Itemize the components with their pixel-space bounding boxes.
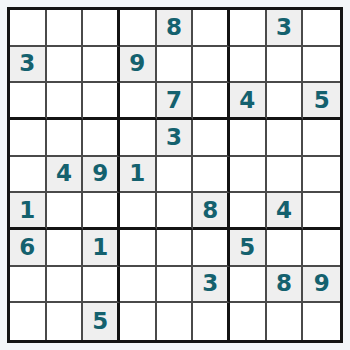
- cell-r8c6[interactable]: 3: [193, 267, 230, 304]
- cell-r1c1[interactable]: [10, 10, 47, 47]
- cell-r6c8[interactable]: 4: [267, 193, 304, 230]
- cell-r9c7[interactable]: [230, 303, 267, 340]
- cell-r5c7[interactable]: [230, 157, 267, 194]
- cell-r6c6[interactable]: 8: [193, 193, 230, 230]
- cell-r4c4[interactable]: [120, 120, 157, 157]
- cell-r5c4[interactable]: 1: [120, 157, 157, 194]
- sudoku-board: 833974534911846153895: [7, 7, 343, 343]
- cell-r7c9[interactable]: [303, 230, 340, 267]
- cell-r6c5[interactable]: [157, 193, 194, 230]
- cell-r4c3[interactable]: [83, 120, 120, 157]
- cell-r1c9[interactable]: [303, 10, 340, 47]
- cell-r7c5[interactable]: [157, 230, 194, 267]
- cell-r2c9[interactable]: [303, 47, 340, 84]
- cell-r2c2[interactable]: [47, 47, 84, 84]
- cell-r6c3[interactable]: [83, 193, 120, 230]
- cell-r8c2[interactable]: [47, 267, 84, 304]
- cell-r5c1[interactable]: [10, 157, 47, 194]
- page: 833974534911846153895: [0, 0, 350, 350]
- cell-r9c2[interactable]: [47, 303, 84, 340]
- cell-r7c8[interactable]: [267, 230, 304, 267]
- cell-r7c1[interactable]: 6: [10, 230, 47, 267]
- cell-r7c3[interactable]: 1: [83, 230, 120, 267]
- cell-r8c8[interactable]: 8: [267, 267, 304, 304]
- cell-r4c6[interactable]: [193, 120, 230, 157]
- cell-r3c7[interactable]: 4: [230, 83, 267, 120]
- cell-r8c5[interactable]: [157, 267, 194, 304]
- cell-r1c5[interactable]: 8: [157, 10, 194, 47]
- cell-r5c2[interactable]: 4: [47, 157, 84, 194]
- cell-r1c6[interactable]: [193, 10, 230, 47]
- cell-r8c4[interactable]: [120, 267, 157, 304]
- cell-r3c4[interactable]: [120, 83, 157, 120]
- cell-r8c1[interactable]: [10, 267, 47, 304]
- cell-r5c5[interactable]: [157, 157, 194, 194]
- cell-r6c4[interactable]: [120, 193, 157, 230]
- cell-r8c9[interactable]: 9: [303, 267, 340, 304]
- cell-r6c2[interactable]: [47, 193, 84, 230]
- cell-r1c7[interactable]: [230, 10, 267, 47]
- cell-r6c7[interactable]: [230, 193, 267, 230]
- cell-r9c3[interactable]: 5: [83, 303, 120, 340]
- cell-r1c8[interactable]: 3: [267, 10, 304, 47]
- cell-r2c6[interactable]: [193, 47, 230, 84]
- cell-r5c6[interactable]: [193, 157, 230, 194]
- cell-r2c3[interactable]: [83, 47, 120, 84]
- cell-r4c1[interactable]: [10, 120, 47, 157]
- cell-r4c8[interactable]: [267, 120, 304, 157]
- cell-r5c3[interactable]: 9: [83, 157, 120, 194]
- cell-r2c8[interactable]: [267, 47, 304, 84]
- cell-r8c3[interactable]: [83, 267, 120, 304]
- cell-r6c9[interactable]: [303, 193, 340, 230]
- cell-r3c5[interactable]: 7: [157, 83, 194, 120]
- cell-r3c8[interactable]: [267, 83, 304, 120]
- cell-r3c3[interactable]: [83, 83, 120, 120]
- cell-r5c9[interactable]: [303, 157, 340, 194]
- cell-r2c7[interactable]: [230, 47, 267, 84]
- cell-r9c9[interactable]: [303, 303, 340, 340]
- cell-r4c9[interactable]: [303, 120, 340, 157]
- cell-r9c4[interactable]: [120, 303, 157, 340]
- cell-r5c8[interactable]: [267, 157, 304, 194]
- cell-r7c6[interactable]: [193, 230, 230, 267]
- cell-r2c5[interactable]: [157, 47, 194, 84]
- cell-r3c1[interactable]: [10, 83, 47, 120]
- cell-r7c2[interactable]: [47, 230, 84, 267]
- cell-r9c5[interactable]: [157, 303, 194, 340]
- cell-r6c1[interactable]: 1: [10, 193, 47, 230]
- cell-r3c6[interactable]: [193, 83, 230, 120]
- cell-r8c7[interactable]: [230, 267, 267, 304]
- cell-r9c1[interactable]: [10, 303, 47, 340]
- cell-r1c4[interactable]: [120, 10, 157, 47]
- cell-r3c2[interactable]: [47, 83, 84, 120]
- cell-r2c4[interactable]: 9: [120, 47, 157, 84]
- cell-r9c6[interactable]: [193, 303, 230, 340]
- cell-r4c5[interactable]: 3: [157, 120, 194, 157]
- cell-r9c8[interactable]: [267, 303, 304, 340]
- cell-r4c7[interactable]: [230, 120, 267, 157]
- cell-r1c2[interactable]: [47, 10, 84, 47]
- cell-r4c2[interactable]: [47, 120, 84, 157]
- cell-r3c9[interactable]: 5: [303, 83, 340, 120]
- cell-r2c1[interactable]: 3: [10, 47, 47, 84]
- cell-r1c3[interactable]: [83, 10, 120, 47]
- cell-r7c4[interactable]: [120, 230, 157, 267]
- cell-r7c7[interactable]: 5: [230, 230, 267, 267]
